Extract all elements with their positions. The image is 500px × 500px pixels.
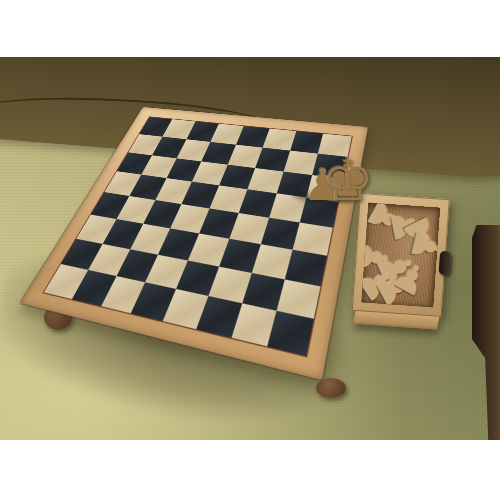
photo: ♟♟♟♟♟♟♟♟♟ ♟♚ bbox=[0, 57, 500, 440]
piece-king: ♚ bbox=[318, 151, 378, 209]
board-foot-front bbox=[316, 378, 346, 398]
letterbox-bottom bbox=[0, 440, 500, 500]
letterbox-top bbox=[0, 0, 500, 57]
drawer-knob bbox=[438, 251, 451, 276]
photo-canvas: ♟♟♟♟♟♟♟♟♟ ♟♚ bbox=[0, 0, 500, 500]
drawer-felt: ♟♟♟♟♟♟♟♟♟ bbox=[361, 203, 440, 308]
dark-leather-object bbox=[472, 225, 500, 440]
square-h1 bbox=[268, 311, 314, 356]
